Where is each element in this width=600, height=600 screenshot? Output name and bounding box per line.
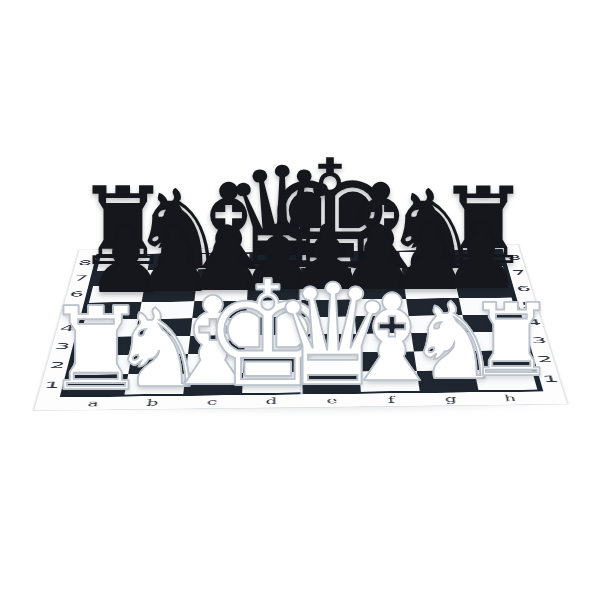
- square-c5[interactable]: [193, 301, 248, 319]
- file-label-h: h: [487, 394, 534, 403]
- square-d3[interactable]: [245, 335, 301, 354]
- file-label-f: f: [368, 395, 414, 404]
- rank-label-left-4: 4: [56, 324, 78, 332]
- square-g3[interactable]: [411, 333, 470, 352]
- rank-label-left-1: 1: [40, 381, 64, 390]
- square-d8[interactable]: [249, 253, 300, 269]
- square-f3[interactable]: [356, 333, 414, 352]
- rank-label-right-5: 5: [518, 302, 540, 310]
- square-g1[interactable]: [416, 370, 478, 391]
- square-a6[interactable]: [89, 286, 145, 303]
- square-e3[interactable]: [301, 334, 358, 353]
- rank-label-right-1: 1: [539, 375, 563, 384]
- square-g5[interactable]: [406, 298, 462, 316]
- square-d1[interactable]: [243, 372, 302, 393]
- square-d5[interactable]: [247, 300, 301, 318]
- square-h7[interactable]: [452, 266, 507, 282]
- square-b4[interactable]: [135, 318, 192, 336]
- rank-label-right-4: 4: [523, 319, 545, 327]
- square-c6[interactable]: [195, 284, 249, 301]
- square-h8[interactable]: [449, 251, 503, 267]
- product-photo-scene: abcdefgh 8877665544332211 ♜♞♝♛♚♝♞♜♟♟♟♟♟♟…: [0, 0, 600, 600]
- square-e5[interactable]: [300, 299, 354, 317]
- file-label-g: g: [427, 395, 473, 404]
- square-h6[interactable]: [455, 281, 511, 298]
- square-g4[interactable]: [408, 315, 466, 333]
- rank-label-right-2: 2: [533, 355, 557, 364]
- square-b1[interactable]: [125, 374, 186, 395]
- square-b5[interactable]: [139, 301, 195, 319]
- square-a5[interactable]: [85, 302, 142, 320]
- square-a7[interactable]: [93, 270, 148, 286]
- square-c1[interactable]: [184, 373, 244, 394]
- square-h2[interactable]: [470, 350, 532, 370]
- square-c7[interactable]: [197, 269, 250, 285]
- square-c3[interactable]: [188, 335, 245, 354]
- square-e4[interactable]: [300, 316, 355, 334]
- rank-label-right-6: 6: [513, 285, 534, 292]
- file-label-e: e: [309, 396, 354, 405]
- square-b3[interactable]: [132, 336, 191, 355]
- rank-label-left-5: 5: [61, 307, 83, 315]
- square-f8[interactable]: [349, 252, 401, 268]
- rank-label-left-8: 8: [75, 260, 95, 267]
- square-f1[interactable]: [359, 371, 420, 392]
- square-e2[interactable]: [301, 352, 359, 372]
- file-label-c: c: [189, 398, 234, 407]
- chess-board: abcdefgh 8877665544332211: [0, 0, 600, 600]
- square-a4[interactable]: [80, 319, 138, 337]
- square-b6[interactable]: [142, 285, 197, 302]
- square-b8[interactable]: [148, 254, 200, 270]
- rank-label-left-3: 3: [51, 342, 74, 350]
- rank-label-right-8: 8: [504, 254, 524, 261]
- square-c2[interactable]: [186, 354, 245, 374]
- rank-label-left-7: 7: [70, 275, 91, 282]
- square-a8[interactable]: [97, 255, 150, 271]
- square-g8[interactable]: [399, 251, 452, 267]
- file-label-a: a: [70, 399, 117, 408]
- square-h4[interactable]: [462, 314, 521, 332]
- square-e8[interactable]: [300, 253, 351, 269]
- square-d2[interactable]: [244, 353, 302, 373]
- square-a1[interactable]: [66, 374, 129, 395]
- square-g2[interactable]: [414, 351, 474, 371]
- rank-label-right-7: 7: [509, 270, 530, 277]
- square-g6[interactable]: [404, 282, 459, 299]
- square-b2[interactable]: [128, 354, 188, 374]
- file-label-d: d: [249, 397, 294, 406]
- square-h5[interactable]: [459, 297, 517, 315]
- rank-label-left-2: 2: [46, 361, 69, 370]
- square-d7[interactable]: [248, 268, 300, 284]
- square-d6[interactable]: [247, 284, 300, 301]
- square-d4[interactable]: [246, 317, 301, 335]
- file-label-b: b: [130, 398, 176, 407]
- square-e7[interactable]: [300, 268, 352, 284]
- board-frame: [60, 249, 544, 397]
- square-e6[interactable]: [300, 283, 353, 300]
- square-a3[interactable]: [76, 337, 136, 356]
- square-f4[interactable]: [354, 316, 411, 334]
- rank-label-left-6: 6: [66, 291, 87, 298]
- square-f5[interactable]: [353, 299, 408, 317]
- square-c4[interactable]: [190, 318, 246, 336]
- square-h3[interactable]: [466, 332, 526, 351]
- square-b7[interactable]: [145, 269, 199, 285]
- square-h1[interactable]: [474, 369, 537, 390]
- square-c8[interactable]: [198, 254, 250, 270]
- square-f2[interactable]: [357, 352, 416, 372]
- square-f6[interactable]: [352, 282, 406, 299]
- square-g7[interactable]: [401, 266, 455, 282]
- rank-label-right-3: 3: [528, 336, 551, 344]
- square-f7[interactable]: [351, 267, 404, 283]
- vinyl-board-plane: abcdefgh 8877665544332211: [33, 244, 568, 410]
- square-a2[interactable]: [71, 355, 132, 375]
- square-e1[interactable]: [301, 372, 360, 393]
